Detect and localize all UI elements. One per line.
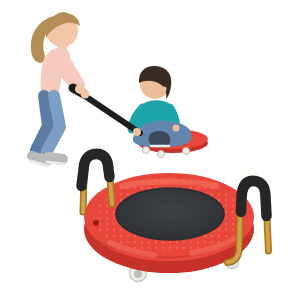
boy-ear bbox=[161, 86, 166, 91]
boy-hand-on-knee bbox=[173, 125, 180, 132]
boy-shoe bbox=[149, 131, 171, 146]
girl-hand bbox=[81, 90, 90, 99]
girl-shoe-front bbox=[48, 157, 63, 159]
product-photo-illustration bbox=[0, 0, 292, 292]
boy-on-disc bbox=[132, 66, 208, 158]
right-handle-grip bbox=[241, 181, 267, 216]
caster-wheel bbox=[143, 147, 150, 154]
disc-black-pad bbox=[116, 188, 224, 240]
product-photo bbox=[0, 0, 292, 292]
caster-wheel-hub bbox=[134, 270, 142, 278]
spinning-disc-product bbox=[82, 152, 269, 282]
disc-strap-hole bbox=[93, 220, 99, 226]
caster-wheel bbox=[158, 151, 165, 158]
caster-wheel bbox=[183, 148, 190, 155]
boy-hand bbox=[133, 128, 141, 136]
left-handle-grip bbox=[82, 154, 110, 186]
